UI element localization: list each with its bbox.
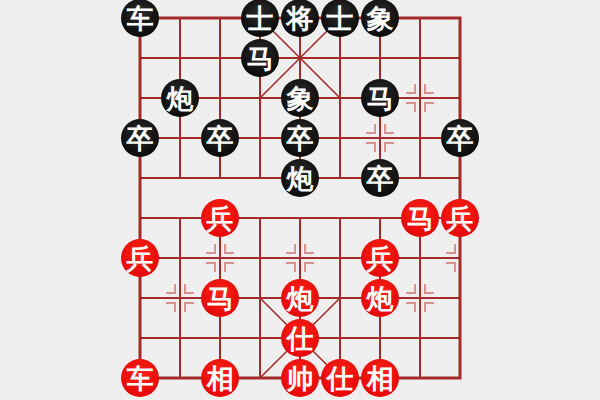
piece-black-elephant[interactable]: 象 bbox=[281, 79, 319, 117]
piece-black-soldier[interactable]: 卒 bbox=[441, 119, 479, 157]
piece-red-chariot[interactable]: 车 bbox=[121, 359, 159, 397]
piece-black-chariot[interactable]: 车 bbox=[121, 0, 159, 37]
piece-black-horse[interactable]: 马 bbox=[241, 39, 279, 77]
piece-black-soldier[interactable]: 卒 bbox=[121, 119, 159, 157]
piece-red-general[interactable]: 帅 bbox=[281, 359, 319, 397]
piece-red-soldier[interactable]: 兵 bbox=[121, 239, 159, 277]
piece-red-elephant[interactable]: 相 bbox=[201, 359, 239, 397]
piece-black-soldier[interactable]: 卒 bbox=[281, 119, 319, 157]
xiangqi-board[interactable]: 车士将士象马炮象马卒卒卒卒炮卒兵马兵兵兵马炮炮仕车相帅仕相 bbox=[120, 0, 480, 398]
piece-black-advisor[interactable]: 士 bbox=[241, 0, 279, 37]
piece-red-soldier[interactable]: 兵 bbox=[201, 199, 239, 237]
piece-black-cannon[interactable]: 炮 bbox=[281, 159, 319, 197]
piece-red-horse[interactable]: 马 bbox=[201, 279, 239, 317]
piece-red-advisor[interactable]: 仕 bbox=[321, 359, 359, 397]
piece-red-horse[interactable]: 马 bbox=[401, 199, 439, 237]
piece-red-cannon[interactable]: 炮 bbox=[281, 279, 319, 317]
piece-black-soldier[interactable]: 卒 bbox=[201, 119, 239, 157]
piece-red-cannon[interactable]: 炮 bbox=[361, 279, 399, 317]
xiangqi-app: 车士将士象马炮象马卒卒卒卒炮卒兵马兵兵兵马炮炮仕车相帅仕相 bbox=[0, 0, 600, 400]
piece-black-soldier[interactable]: 卒 bbox=[361, 159, 399, 197]
piece-red-soldier[interactable]: 兵 bbox=[441, 199, 479, 237]
piece-black-horse[interactable]: 马 bbox=[361, 79, 399, 117]
piece-red-advisor[interactable]: 仕 bbox=[281, 319, 319, 357]
piece-black-cannon[interactable]: 炮 bbox=[161, 79, 199, 117]
piece-black-advisor[interactable]: 士 bbox=[321, 0, 359, 37]
piece-red-elephant[interactable]: 相 bbox=[361, 359, 399, 397]
piece-red-soldier[interactable]: 兵 bbox=[361, 239, 399, 277]
piece-black-general[interactable]: 将 bbox=[281, 0, 319, 37]
piece-black-elephant[interactable]: 象 bbox=[361, 0, 399, 37]
